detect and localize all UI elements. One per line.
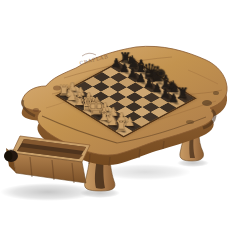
piece-white-rook: ♜ (108, 120, 134, 133)
drawer (4, 136, 90, 183)
product-photo: CRAFLAB ♜♞♝♛♚♝♞♜♟♟♟♟♟♟♟♟♟♟♟♟♟♟♟♟♜♞♝♛♚♝♞♜ (0, 0, 238, 238)
piece-black-pawn: ♟ (160, 94, 186, 105)
